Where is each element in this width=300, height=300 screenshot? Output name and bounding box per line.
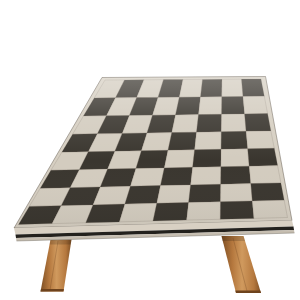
leg-right-foot	[235, 291, 261, 294]
table-leg-right	[222, 236, 262, 293]
leg-left-foot	[41, 289, 64, 292]
leg-left-wood	[41, 240, 72, 292]
table-top	[14, 77, 292, 229]
table-leg-left	[41, 240, 72, 292]
board-sheen	[14, 77, 292, 229]
product-photo-canvas	[0, 0, 300, 300]
leg-right-wood	[222, 236, 262, 293]
chess-table-photo	[0, 0, 300, 300]
